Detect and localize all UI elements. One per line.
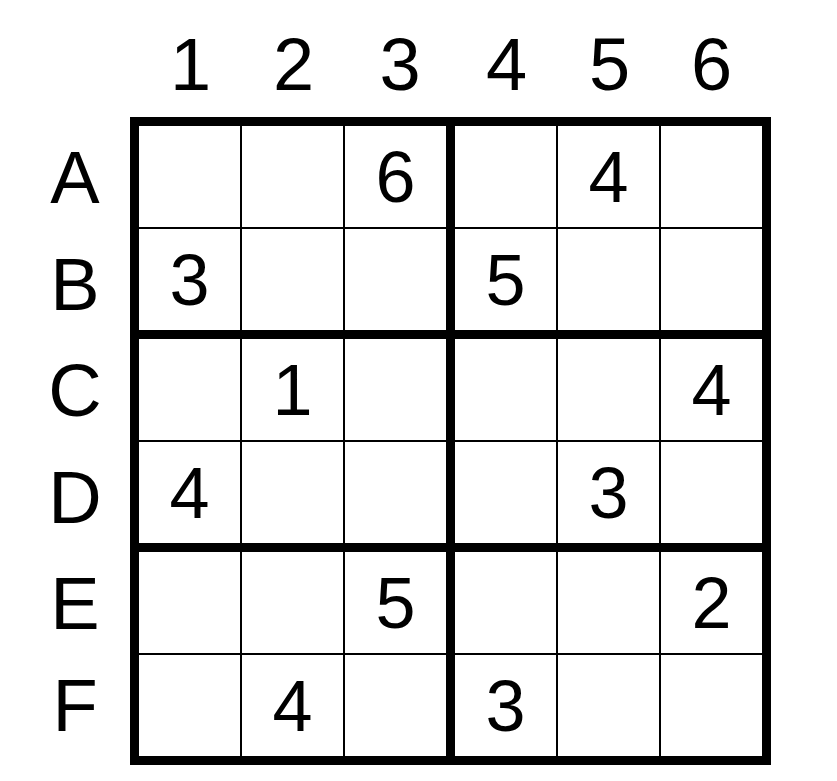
cell-B5[interactable] xyxy=(558,229,661,339)
cell-D1[interactable]: 4 xyxy=(139,442,242,552)
row-label-C: C xyxy=(32,339,118,442)
cell-E2[interactable] xyxy=(242,552,345,655)
cell-E5[interactable] xyxy=(558,552,661,655)
puzzle-canvas: 1 2 3 4 5 6 A B C D E F 6 4 3 5 1 4 xyxy=(0,0,837,781)
cell-C3[interactable] xyxy=(345,339,455,442)
column-label-2: 2 xyxy=(242,22,345,108)
column-label-3: 3 xyxy=(345,22,455,108)
row-label-D: D xyxy=(32,442,118,552)
cell-F1[interactable] xyxy=(139,655,242,756)
cell-F4[interactable]: 3 xyxy=(455,655,558,756)
cell-E4[interactable] xyxy=(455,552,558,655)
cell-D6[interactable] xyxy=(661,442,762,552)
cell-F6[interactable] xyxy=(661,655,762,756)
column-labels: 1 2 3 4 5 6 xyxy=(139,22,762,108)
row-label-A: A xyxy=(32,126,118,229)
cell-F2[interactable]: 4 xyxy=(242,655,345,756)
cell-A4[interactable] xyxy=(455,126,558,229)
row-labels: A B C D E F xyxy=(32,126,118,756)
cell-E6[interactable]: 2 xyxy=(661,552,762,655)
cell-D4[interactable] xyxy=(455,442,558,552)
cell-B2[interactable] xyxy=(242,229,345,339)
cell-B4[interactable]: 5 xyxy=(455,229,558,339)
cell-B6[interactable] xyxy=(661,229,762,339)
cell-D3[interactable] xyxy=(345,442,455,552)
cell-D2[interactable] xyxy=(242,442,345,552)
cell-C6[interactable]: 4 xyxy=(661,339,762,442)
row-label-E: E xyxy=(32,552,118,655)
cell-C2[interactable]: 1 xyxy=(242,339,345,442)
cell-A3[interactable]: 6 xyxy=(345,126,455,229)
cell-C5[interactable] xyxy=(558,339,661,442)
cell-A5[interactable]: 4 xyxy=(558,126,661,229)
cell-B3[interactable] xyxy=(345,229,455,339)
column-label-6: 6 xyxy=(661,22,762,108)
row-label-B: B xyxy=(32,229,118,339)
cell-F5[interactable] xyxy=(558,655,661,756)
cell-A6[interactable] xyxy=(661,126,762,229)
cell-F3[interactable] xyxy=(345,655,455,756)
cell-A2[interactable] xyxy=(242,126,345,229)
cell-E3[interactable]: 5 xyxy=(345,552,455,655)
column-label-1: 1 xyxy=(139,22,242,108)
cell-C4[interactable] xyxy=(455,339,558,442)
cell-D5[interactable]: 3 xyxy=(558,442,661,552)
cell-C1[interactable] xyxy=(139,339,242,442)
cell-A1[interactable] xyxy=(139,126,242,229)
sudoku-board: 6 4 3 5 1 4 4 3 5 2 4 3 xyxy=(130,117,771,765)
cell-B1[interactable]: 3 xyxy=(139,229,242,339)
column-label-5: 5 xyxy=(558,22,661,108)
column-label-4: 4 xyxy=(455,22,558,108)
cell-E1[interactable] xyxy=(139,552,242,655)
row-label-F: F xyxy=(32,655,118,756)
